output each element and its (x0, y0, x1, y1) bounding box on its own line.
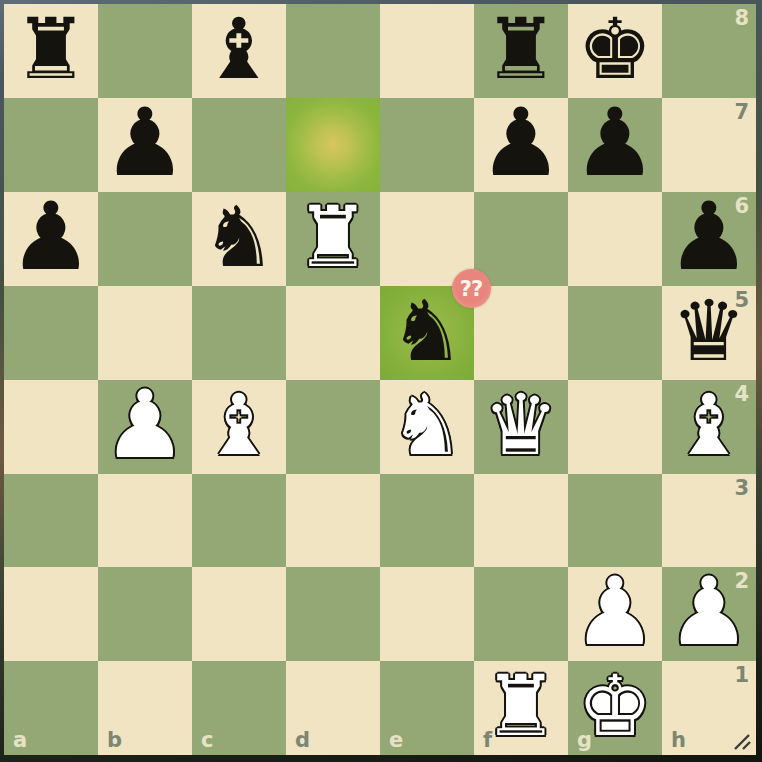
coord-file-h: h (671, 730, 686, 751)
piece-black-pawn-a6[interactable]: ♟ (9, 190, 93, 284)
square-e3[interactable] (380, 474, 474, 568)
square-f3[interactable] (474, 474, 568, 568)
piece-black-pawn-f7[interactable]: ♟ (479, 96, 563, 190)
coord-file-b: b (107, 730, 122, 751)
piece-black-rook-f8[interactable]: ♜ (483, 7, 558, 91)
square-d6[interactable]: ♜ (286, 192, 380, 286)
square-c8[interactable]: ♝ (192, 4, 286, 98)
square-g8[interactable]: ♚ (568, 4, 662, 98)
piece-white-king-g1[interactable]: ♚ (577, 664, 652, 748)
piece-black-bishop-c8[interactable]: ♝ (201, 7, 276, 91)
square-h3[interactable]: 3 (662, 474, 756, 568)
piece-white-knight-e4[interactable]: ♞ (389, 383, 464, 467)
square-c4[interactable]: ♝ (192, 380, 286, 474)
piece-white-rook-d6[interactable]: ♜ (295, 195, 370, 279)
square-a2[interactable] (4, 567, 98, 661)
square-g2[interactable]: ♟ (568, 567, 662, 661)
square-h5[interactable]: ♛5 (662, 286, 756, 380)
square-a3[interactable] (4, 474, 98, 568)
piece-white-pawn-h2[interactable]: ♟ (667, 565, 751, 659)
blunder-glyph: ?? (460, 277, 482, 301)
square-g6[interactable] (568, 192, 662, 286)
resize-diagonal-lines-icon (733, 733, 753, 751)
chess-app-background: { "game": "chess", "ui": "lichess-style … (0, 0, 762, 762)
coord-file-d: d (295, 730, 310, 751)
coord-file-e: e (389, 730, 403, 751)
piece-black-queen-h5[interactable]: ♛ (671, 289, 746, 373)
coord-file-a: a (13, 730, 27, 751)
piece-black-knight-e5[interactable]: ♞ (389, 289, 464, 373)
square-d5[interactable] (286, 286, 380, 380)
piece-black-king-g8[interactable]: ♚ (577, 7, 652, 91)
piece-black-rook-a8[interactable]: ♜ (13, 7, 88, 91)
square-g1[interactable]: ♚g (568, 661, 662, 755)
square-b1[interactable]: b (98, 661, 192, 755)
piece-white-rook-f1[interactable]: ♜ (483, 664, 558, 748)
square-f5[interactable] (474, 286, 568, 380)
square-f6[interactable] (474, 192, 568, 286)
square-g7[interactable]: ♟ (568, 98, 662, 192)
square-g5[interactable] (568, 286, 662, 380)
square-f2[interactable] (474, 567, 568, 661)
square-c6[interactable]: ♞ (192, 192, 286, 286)
board-resize-handle[interactable] (733, 733, 753, 751)
square-f4[interactable]: ♛ (474, 380, 568, 474)
square-h6[interactable]: ♟6 (662, 192, 756, 286)
square-c3[interactable] (192, 474, 286, 568)
square-e1[interactable]: e (380, 661, 474, 755)
piece-white-bishop-c4[interactable]: ♝ (201, 383, 276, 467)
square-e4[interactable]: ♞ (380, 380, 474, 474)
square-f1[interactable]: ♜f (474, 661, 568, 755)
square-b7[interactable]: ♟ (98, 98, 192, 192)
square-d1[interactable]: d (286, 661, 380, 755)
square-a7[interactable] (4, 98, 98, 192)
square-a4[interactable] (4, 380, 98, 474)
square-b6[interactable] (98, 192, 192, 286)
square-c2[interactable] (192, 567, 286, 661)
piece-black-pawn-h6[interactable]: ♟ (667, 190, 751, 284)
chess-board: ♜♝♜♚8♟♟♟7♟♞♜♟6♞♛5♟♝♞♛♝43♟♟2abcde♜f♚g1h ?… (4, 4, 756, 755)
square-c7[interactable] (192, 98, 286, 192)
square-e2[interactable] (380, 567, 474, 661)
square-c5[interactable] (192, 286, 286, 380)
square-f8[interactable]: ♜ (474, 4, 568, 98)
square-d3[interactable] (286, 474, 380, 568)
square-h4[interactable]: ♝4 (662, 380, 756, 474)
piece-white-pawn-g2[interactable]: ♟ (573, 565, 657, 659)
square-b8[interactable] (98, 4, 192, 98)
square-g3[interactable] (568, 474, 662, 568)
blunder-annotation-badge: ?? (452, 269, 491, 308)
piece-white-bishop-h4[interactable]: ♝ (671, 383, 746, 467)
square-d8[interactable] (286, 4, 380, 98)
square-a6[interactable]: ♟ (4, 192, 98, 286)
square-d2[interactable] (286, 567, 380, 661)
square-a5[interactable] (4, 286, 98, 380)
square-e8[interactable] (380, 4, 474, 98)
coord-rank-1: 1 (734, 665, 749, 686)
coord-rank-3: 3 (734, 478, 749, 499)
square-d7[interactable] (286, 98, 380, 192)
square-b5[interactable] (98, 286, 192, 380)
square-b4[interactable]: ♟ (98, 380, 192, 474)
piece-black-knight-c6[interactable]: ♞ (201, 195, 276, 279)
square-g4[interactable] (568, 380, 662, 474)
square-h2[interactable]: ♟2 (662, 567, 756, 661)
piece-white-pawn-b4[interactable]: ♟ (103, 378, 187, 472)
square-b3[interactable] (98, 474, 192, 568)
piece-black-pawn-b7[interactable]: ♟ (103, 96, 187, 190)
square-d4[interactable] (286, 380, 380, 474)
coord-file-c: c (201, 730, 213, 751)
square-f7[interactable]: ♟ (474, 98, 568, 192)
coord-rank-8: 8 (734, 8, 749, 29)
square-h8[interactable]: 8 (662, 4, 756, 98)
square-a8[interactable]: ♜ (4, 4, 98, 98)
square-a1[interactable]: a (4, 661, 98, 755)
square-b2[interactable] (98, 567, 192, 661)
coord-rank-7: 7 (734, 102, 749, 123)
square-e7[interactable] (380, 98, 474, 192)
piece-black-pawn-g7[interactable]: ♟ (573, 96, 657, 190)
square-h7[interactable]: 7 (662, 98, 756, 192)
square-c1[interactable]: c (192, 661, 286, 755)
piece-white-queen-f4[interactable]: ♛ (483, 383, 558, 467)
